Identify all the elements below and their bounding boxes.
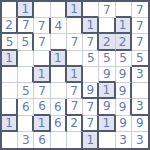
cell-r7c6[interactable]: 1 <box>99 116 115 132</box>
cell-r3c7[interactable]: 5 <box>116 51 132 67</box>
cell-r6c1[interactable]: 6 <box>18 99 34 115</box>
cell-r5c2[interactable]: 7 <box>34 83 50 99</box>
cell-r7c0[interactable]: 1 <box>2 116 18 132</box>
cell-r8c7[interactable]: 3 <box>116 132 132 148</box>
cell-r4c3[interactable] <box>51 67 67 83</box>
cell-r0c2[interactable] <box>34 2 50 18</box>
cell-r6c8[interactable]: 3 <box>132 99 148 115</box>
cell-r5c3[interactable] <box>51 83 67 99</box>
cell-r1c2[interactable]: 7 <box>34 18 50 34</box>
cell-r8c3[interactable] <box>51 132 67 148</box>
cell-r3c2[interactable] <box>34 51 50 67</box>
cell-r1c6[interactable] <box>99 18 115 34</box>
cell-r2c1[interactable]: 5 <box>18 34 34 50</box>
cell-r8c0[interactable] <box>2 132 18 148</box>
cell-r8c4[interactable] <box>67 132 83 148</box>
cell-r8c2[interactable]: 6 <box>34 132 50 148</box>
cell-r2c4[interactable]: 7 <box>67 34 83 50</box>
cell-r3c8[interactable]: 5 <box>132 51 148 67</box>
cell-r4c2[interactable]: 1 <box>34 67 50 83</box>
cell-r0c3[interactable] <box>51 2 67 18</box>
cell-r8c8[interactable]: 3 <box>132 132 148 148</box>
cell-r5c6[interactable]: 1 <box>99 83 115 99</box>
cell-r6c4[interactable]: 7 <box>67 99 83 115</box>
cell-r2c0[interactable]: 5 <box>2 34 18 50</box>
cell-r3c5[interactable]: 5 <box>83 51 99 67</box>
cell-r7c7[interactable]: 9 <box>116 116 132 132</box>
cell-r3c0[interactable]: 1 <box>2 51 18 67</box>
cell-r0c0[interactable] <box>2 2 18 18</box>
cell-r1c3[interactable]: 4 <box>51 18 67 34</box>
cell-r2c8[interactable]: 7 <box>132 34 148 50</box>
cell-r5c0[interactable] <box>2 83 18 99</box>
cell-r0c7[interactable] <box>116 2 132 18</box>
cell-r7c8[interactable]: 9 <box>132 116 148 132</box>
cell-r4c7[interactable]: 9 <box>116 67 132 83</box>
cell-r3c1[interactable] <box>18 51 34 67</box>
cell-r6c3[interactable]: 6 <box>51 99 67 115</box>
cell-r8c5[interactable]: 1 <box>83 132 99 148</box>
cell-r1c8[interactable]: 7 <box>132 18 148 34</box>
cell-r6c0[interactable] <box>2 99 18 115</box>
cell-r5c7[interactable]: 9 <box>116 83 132 99</box>
cell-r5c1[interactable]: 5 <box>18 83 34 99</box>
cell-r2c6[interactable]: 2 <box>99 34 115 50</box>
cell-r7c1[interactable] <box>18 116 34 132</box>
fillomino-board: 1177277411755777227115555119935779196667… <box>0 0 150 150</box>
cell-r7c5[interactable]: 7 <box>83 116 99 132</box>
cell-r4c6[interactable]: 9 <box>99 67 115 83</box>
cell-r8c6[interactable] <box>99 132 115 148</box>
cell-r1c1[interactable]: 7 <box>18 18 34 34</box>
cell-r0c4[interactable]: 1 <box>67 2 83 18</box>
cell-r1c7[interactable]: 1 <box>116 18 132 34</box>
cell-r3c4[interactable] <box>67 51 83 67</box>
cell-r0c1[interactable]: 1 <box>18 2 34 18</box>
cell-r0c5[interactable] <box>83 2 99 18</box>
cell-r5c4[interactable]: 7 <box>67 83 83 99</box>
cell-r7c2[interactable]: 1 <box>34 116 50 132</box>
cell-r4c0[interactable] <box>2 67 18 83</box>
cell-r4c1[interactable] <box>18 67 34 83</box>
cell-r2c3[interactable] <box>51 34 67 50</box>
cell-r6c5[interactable]: 7 <box>83 99 99 115</box>
cell-r4c4[interactable]: 1 <box>67 67 83 83</box>
cell-r3c3[interactable]: 1 <box>51 51 67 67</box>
cell-r4c8[interactable]: 3 <box>132 67 148 83</box>
cell-r1c5[interactable]: 1 <box>83 18 99 34</box>
cell-r1c0[interactable]: 2 <box>2 18 18 34</box>
cell-r0c8[interactable]: 7 <box>132 2 148 18</box>
cell-r6c7[interactable]: 9 <box>116 99 132 115</box>
cell-r7c3[interactable]: 6 <box>51 116 67 132</box>
cell-r3c6[interactable]: 5 <box>99 51 115 67</box>
cell-r5c8[interactable] <box>132 83 148 99</box>
cell-r4c5[interactable] <box>83 67 99 83</box>
cell-r0c6[interactable]: 7 <box>99 2 115 18</box>
cell-r6c6[interactable]: 9 <box>99 99 115 115</box>
cell-r6c2[interactable]: 6 <box>34 99 50 115</box>
cell-r8c1[interactable]: 3 <box>18 132 34 148</box>
cell-r5c5[interactable]: 9 <box>83 83 99 99</box>
cell-r2c7[interactable]: 2 <box>116 34 132 50</box>
cell-r7c4[interactable]: 2 <box>67 116 83 132</box>
cell-r2c5[interactable]: 7 <box>83 34 99 50</box>
cell-r1c4[interactable] <box>67 18 83 34</box>
cell-r2c2[interactable]: 7 <box>34 34 50 50</box>
